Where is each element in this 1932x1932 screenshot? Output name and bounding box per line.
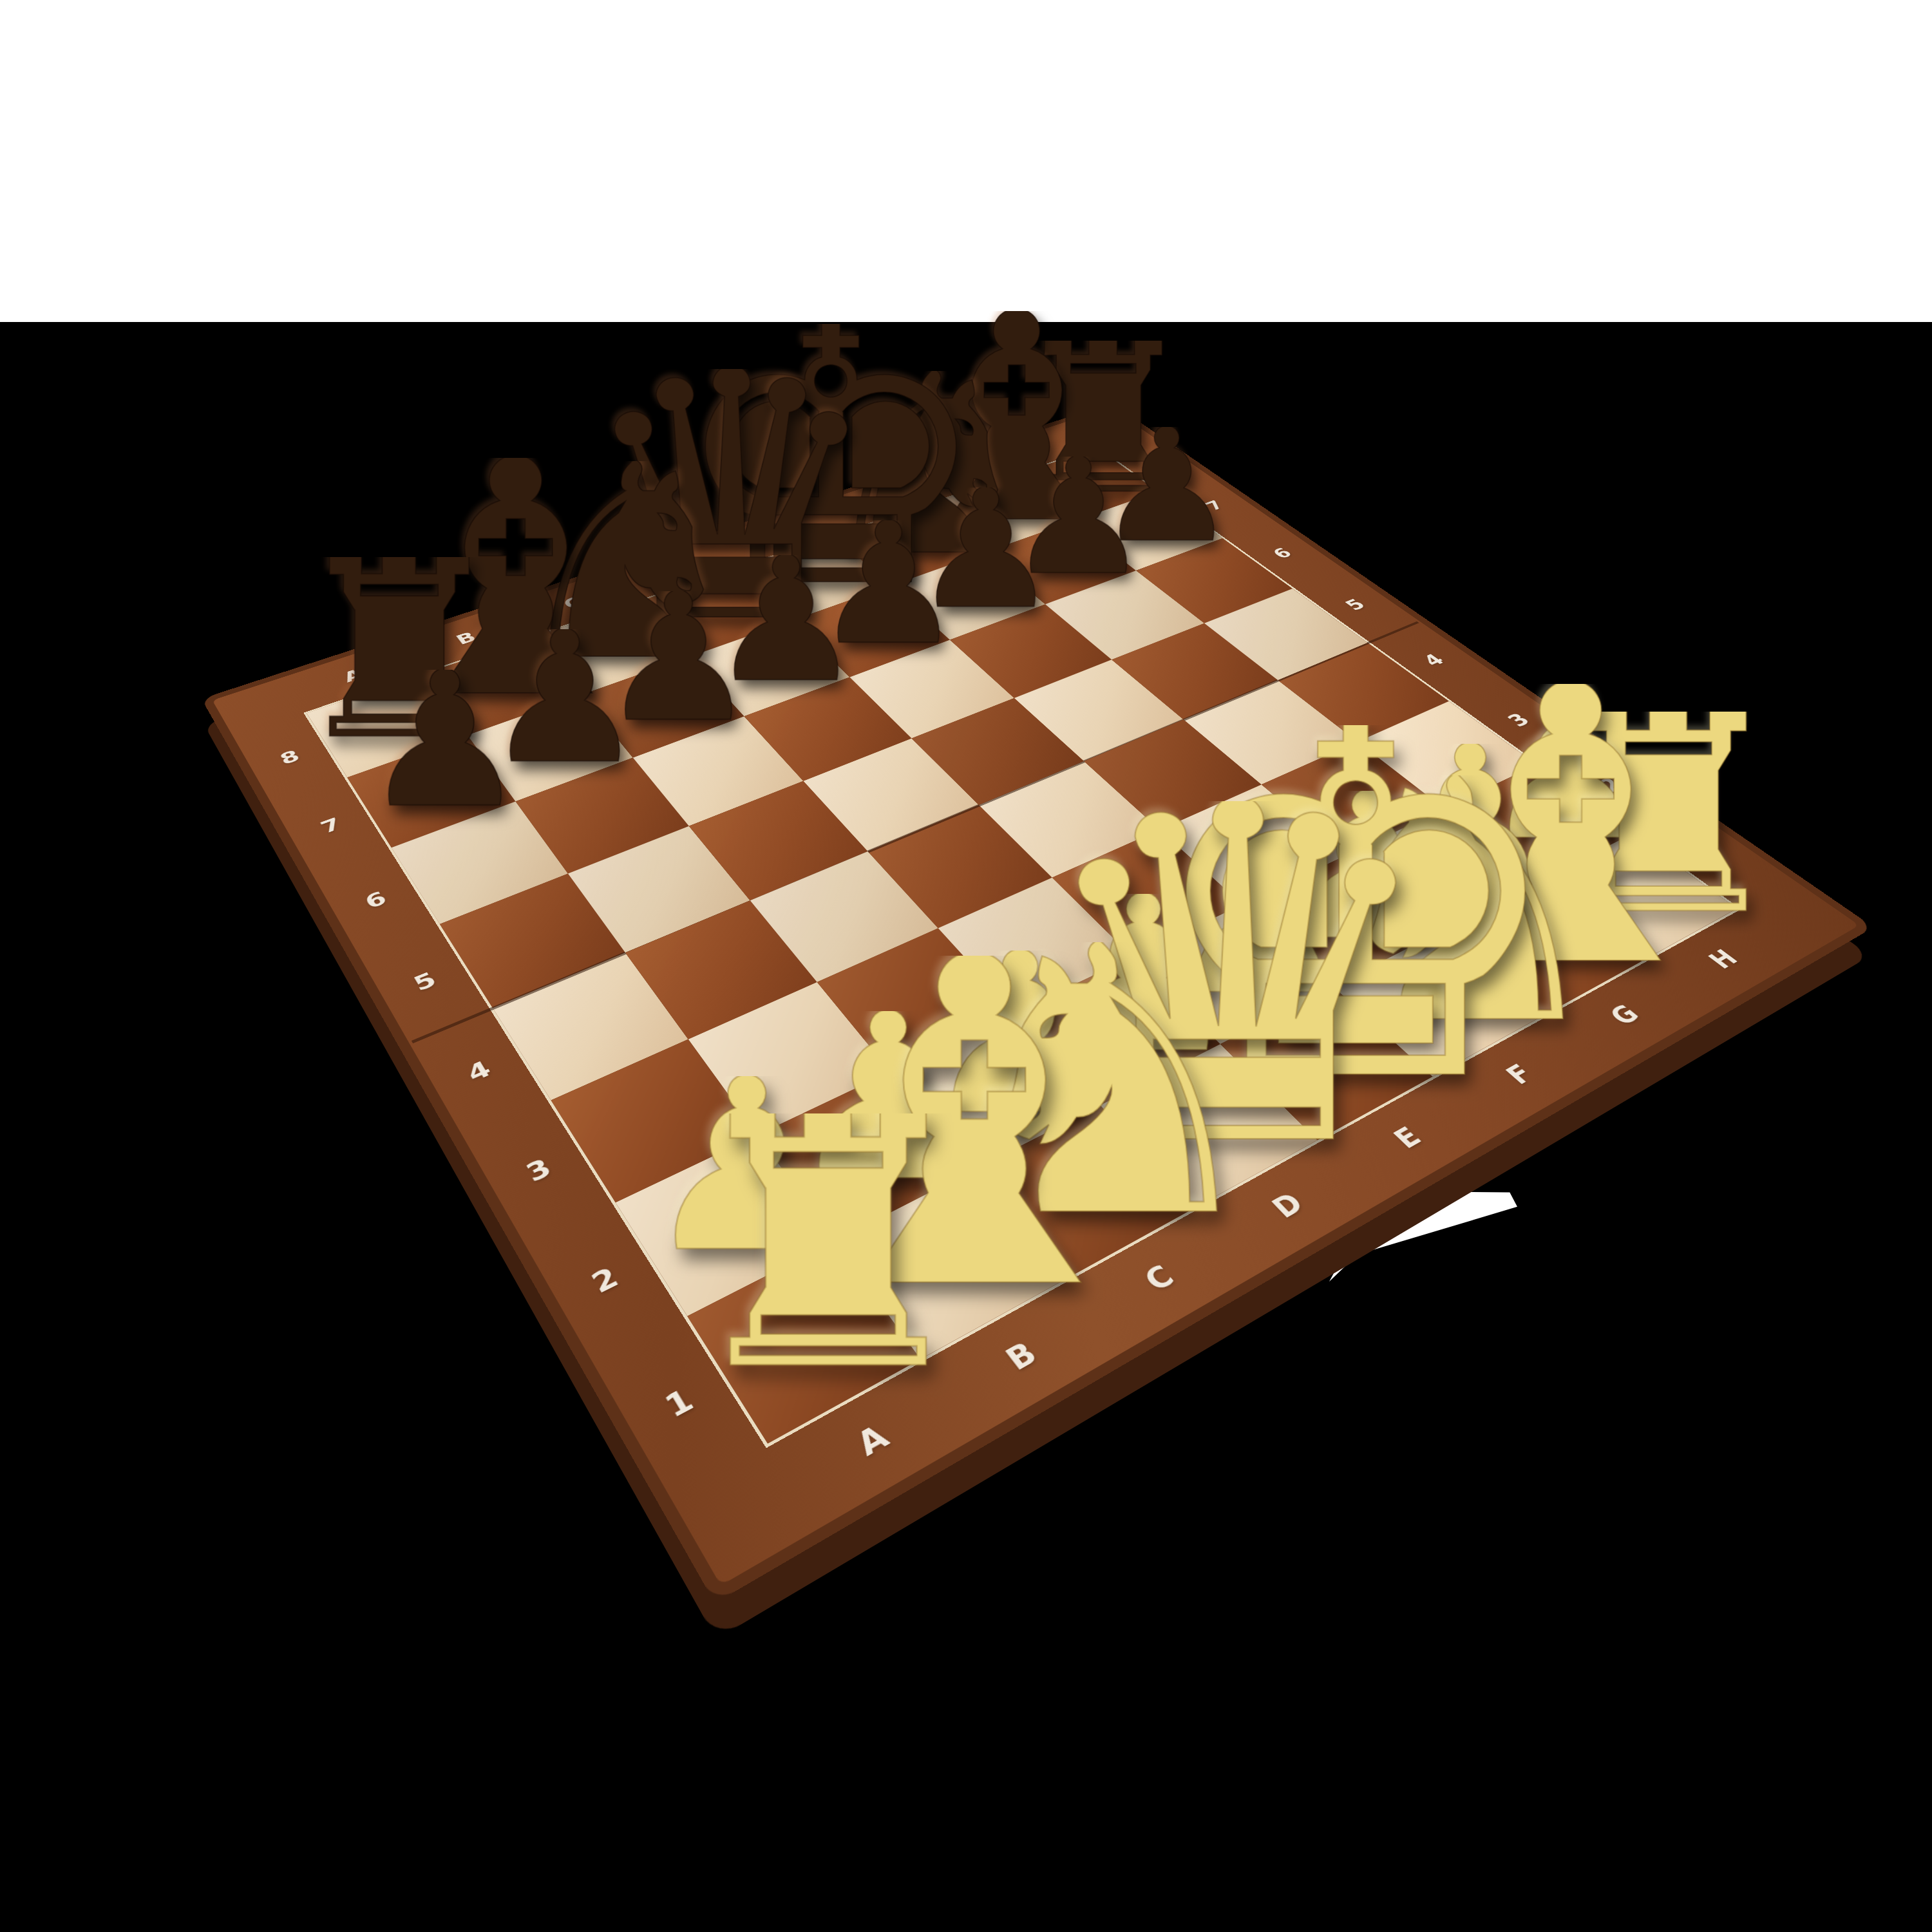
photo-background: ♜♝♞♛♚♞♝♜♟♟♟♟♟♟♟♟♟♟♟♟♟♟♟♟♜♝♞♛♚♞♝♜ 11AA22B… [0, 0, 1932, 1932]
board-playing-area: ♜♝♞♛♚♞♝♜♟♟♟♟♟♟♟♟♟♟♟♟♟♟♟♟♜♝♞♛♚♞♝♜ [303, 446, 1741, 1448]
file-label-se-a: A [850, 1418, 895, 1463]
rank-label-sw-4: 4 [462, 1056, 495, 1086]
piece-light-rook-a1[interactable]: ♜ [672, 1113, 985, 1374]
chessboard-3d: ♜♝♞♛♚♞♝♜♟♟♟♟♟♟♟♟♟♟♟♟♟♟♟♟♜♝♞♛♚♞♝♜ 11AA22B… [202, 403, 1874, 1604]
rank-label-sw-5: 5 [410, 968, 440, 995]
rank-label-sw-2: 2 [587, 1262, 624, 1299]
rank-label-ne-6: 6 [1269, 545, 1296, 562]
rank-label-ne-5: 5 [1341, 596, 1370, 614]
piece-dark-pawn-a7[interactable]: ♟ [361, 670, 529, 810]
rank-label-sw-7: 7 [317, 814, 345, 837]
rank-label-sw-3: 3 [521, 1153, 556, 1187]
rank-label-sw-6: 6 [361, 887, 390, 913]
file-label-se-b: B [999, 1336, 1043, 1377]
rank-label-sw-8: 8 [277, 747, 303, 768]
rank-label-sw-1: 1 [659, 1383, 699, 1425]
chessboard-scene: ♜♝♞♛♚♞♝♜♟♟♟♟♟♟♟♟♟♟♟♟♟♟♟♟♜♝♞♛♚♞♝♜ 11AA22B… [377, 204, 1580, 1406]
